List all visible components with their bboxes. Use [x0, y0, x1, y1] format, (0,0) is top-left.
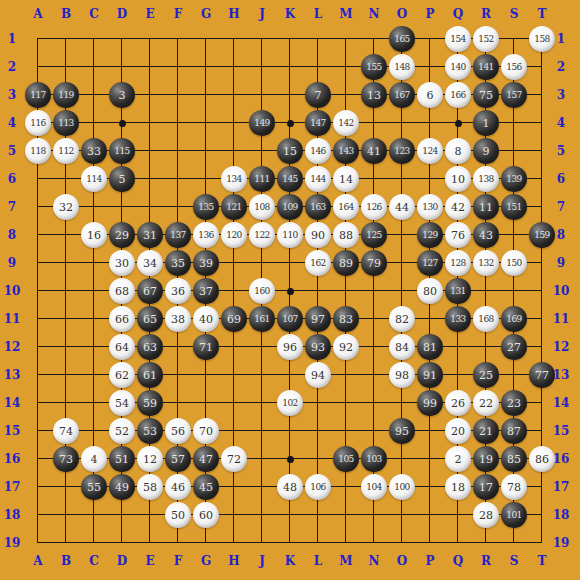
- stone-black-73-B16[interactable]: 73: [53, 446, 79, 472]
- move-number: 35: [171, 258, 185, 269]
- move-number: 87: [507, 426, 521, 437]
- stone-black-113-B4[interactable]: 113: [53, 110, 79, 136]
- row-label-10: 10: [2, 277, 22, 305]
- stone-black-17-R17[interactable]: 17: [473, 474, 499, 500]
- move-number: 100: [394, 483, 410, 492]
- move-number: 48: [283, 482, 297, 493]
- stone-black-101-S18[interactable]: 101: [501, 502, 527, 528]
- stone-black-37-G10[interactable]: 37: [193, 278, 219, 304]
- stone-white-122-J8[interactable]: 122: [249, 222, 275, 248]
- move-number: 90: [311, 230, 325, 241]
- move-number: 96: [283, 342, 297, 353]
- stone-white-70-G15[interactable]: 70: [193, 418, 219, 444]
- stone-white-104-N17[interactable]: 104: [361, 474, 387, 500]
- stone-white-128-Q9[interactable]: 128: [445, 250, 471, 276]
- stone-black-7-L3[interactable]: 7: [305, 82, 331, 108]
- move-number: 128: [450, 259, 466, 268]
- stone-white-90-L8[interactable]: 90: [305, 222, 331, 248]
- move-number: 147: [310, 119, 326, 128]
- stone-white-160-J10[interactable]: 160: [249, 278, 275, 304]
- move-number: 88: [339, 230, 353, 241]
- move-number: 37: [199, 286, 213, 297]
- stone-black-39-G9[interactable]: 39: [193, 250, 219, 276]
- move-number: 9: [483, 146, 490, 157]
- stone-black-139-S6[interactable]: 139: [501, 166, 527, 192]
- col-label-M: M: [332, 6, 360, 22]
- move-number: 85: [507, 454, 521, 465]
- move-number: 44: [395, 202, 409, 213]
- stone-white-124-P5[interactable]: 124: [417, 138, 443, 164]
- stone-black-155-N2[interactable]: 155: [361, 54, 387, 80]
- stone-white-28-R18[interactable]: 28: [473, 502, 499, 528]
- stone-white-134-H6[interactable]: 134: [221, 166, 247, 192]
- stone-black-33-C5[interactable]: 33: [81, 138, 107, 164]
- stone-black-143-M5[interactable]: 143: [333, 138, 359, 164]
- col-label-D: D: [108, 6, 136, 22]
- move-number: 142: [338, 119, 354, 128]
- move-number: 122: [254, 231, 270, 240]
- stone-black-135-G7[interactable]: 135: [193, 194, 219, 220]
- stone-white-114-C6[interactable]: 114: [81, 166, 107, 192]
- stone-white-2-Q16[interactable]: 2: [445, 446, 471, 472]
- move-number: 5: [119, 174, 126, 185]
- move-number: 67: [143, 286, 157, 297]
- stone-white-72-H16[interactable]: 72: [221, 446, 247, 472]
- move-number: 41: [367, 146, 381, 157]
- stone-black-13-N3[interactable]: 13: [361, 82, 387, 108]
- move-number: 54: [115, 398, 129, 409]
- column-labels-top: ABCDEFGHJKLMNOPQRST: [24, 6, 556, 22]
- stone-white-108-J7[interactable]: 108: [249, 194, 275, 220]
- stone-white-34-E9[interactable]: 34: [137, 250, 163, 276]
- stone-white-38-F11[interactable]: 38: [165, 306, 191, 332]
- stone-white-36-F10[interactable]: 36: [165, 278, 191, 304]
- stone-black-163-L7[interactable]: 163: [305, 194, 331, 220]
- stone-white-80-P10[interactable]: 80: [417, 278, 443, 304]
- stone-black-53-E15[interactable]: 53: [137, 418, 163, 444]
- row-label-13: 13: [2, 361, 22, 389]
- stone-white-96-K12[interactable]: 96: [277, 334, 303, 360]
- stone-white-118-A5[interactable]: 118: [25, 138, 51, 164]
- stone-black-157-S3[interactable]: 157: [501, 82, 527, 108]
- move-number: 47: [199, 454, 213, 465]
- move-number: 19: [479, 454, 493, 465]
- move-number: 159: [534, 231, 550, 240]
- stone-white-144-L6[interactable]: 144: [305, 166, 331, 192]
- stone-white-152-R1[interactable]: 152: [473, 26, 499, 52]
- move-number: 93: [311, 342, 325, 353]
- stone-black-27-S12[interactable]: 27: [501, 334, 527, 360]
- stone-white-44-O7[interactable]: 44: [389, 194, 415, 220]
- stone-black-91-P13[interactable]: 91: [417, 362, 443, 388]
- move-number: 169: [506, 315, 522, 324]
- move-number: 49: [115, 482, 129, 493]
- stone-white-146-L5[interactable]: 146: [305, 138, 331, 164]
- stone-black-29-D8[interactable]: 29: [109, 222, 135, 248]
- move-number: 111: [254, 175, 270, 184]
- stone-black-19-R16[interactable]: 19: [473, 446, 499, 472]
- stone-white-30-D9[interactable]: 30: [109, 250, 135, 276]
- move-number: 50: [171, 510, 185, 521]
- move-number: 167: [394, 91, 410, 100]
- stone-white-106-L17[interactable]: 106: [305, 474, 331, 500]
- col-label-N: N: [360, 6, 388, 22]
- stone-white-22-R14[interactable]: 22: [473, 390, 499, 416]
- move-number: 125: [366, 231, 382, 240]
- stone-black-97-L11[interactable]: 97: [305, 306, 331, 332]
- move-number: 23: [507, 398, 521, 409]
- stone-black-67-E10[interactable]: 67: [137, 278, 163, 304]
- stone-black-41-N5[interactable]: 41: [361, 138, 387, 164]
- stone-white-4-C16[interactable]: 4: [81, 446, 107, 472]
- stone-black-111-J6[interactable]: 111: [249, 166, 275, 192]
- move-number: 40: [199, 314, 213, 325]
- stone-white-26-Q14[interactable]: 26: [445, 390, 471, 416]
- col-label-S: S: [500, 6, 528, 22]
- stone-black-159-T8[interactable]: 159: [529, 222, 555, 248]
- stone-white-138-R6[interactable]: 138: [473, 166, 499, 192]
- move-number: 2: [455, 454, 462, 465]
- star-point-K4: [287, 120, 294, 127]
- move-number: 149: [254, 119, 270, 128]
- stone-black-119-B3[interactable]: 119: [53, 82, 79, 108]
- stone-black-3-D3[interactable]: 3: [109, 82, 135, 108]
- stone-black-15-K5[interactable]: 15: [277, 138, 303, 164]
- col-label-Q: Q: [444, 6, 472, 22]
- col-label-E: E: [136, 6, 164, 22]
- stone-black-21-R15[interactable]: 21: [473, 418, 499, 444]
- stone-black-127-P9[interactable]: 127: [417, 250, 443, 276]
- stone-black-161-J11[interactable]: 161: [249, 306, 275, 332]
- star-point-K16: [287, 456, 294, 463]
- row-label-5: 5: [2, 137, 22, 165]
- row-labels-left: 12345678910111213141516171819: [2, 25, 22, 557]
- stone-black-35-F9[interactable]: 35: [165, 250, 191, 276]
- stone-black-103-N16[interactable]: 103: [361, 446, 387, 472]
- move-number: 63: [143, 342, 157, 353]
- move-number: 21: [479, 426, 493, 437]
- stone-black-45-G17[interactable]: 45: [193, 474, 219, 500]
- stone-white-110-K8[interactable]: 110: [277, 222, 303, 248]
- row-label-15: 15: [2, 417, 22, 445]
- stone-white-6-P3[interactable]: 6: [417, 82, 443, 108]
- stone-white-140-Q2[interactable]: 140: [445, 54, 471, 80]
- stone-white-52-D15[interactable]: 52: [109, 418, 135, 444]
- move-number: 8: [455, 146, 462, 157]
- row-label-14: 14: [2, 389, 22, 417]
- stone-black-145-K6[interactable]: 145: [277, 166, 303, 192]
- move-number: 82: [395, 314, 409, 325]
- stone-white-10-Q6[interactable]: 10: [445, 166, 471, 192]
- move-number: 89: [339, 258, 353, 269]
- move-number: 78: [507, 482, 521, 493]
- stone-white-78-S17[interactable]: 78: [501, 474, 527, 500]
- stone-white-74-B15[interactable]: 74: [53, 418, 79, 444]
- stone-white-16-C8[interactable]: 16: [81, 222, 107, 248]
- move-number: 64: [115, 342, 129, 353]
- move-number: 51: [115, 454, 129, 465]
- stone-white-8-Q5[interactable]: 8: [445, 138, 471, 164]
- stone-white-20-Q15[interactable]: 20: [445, 418, 471, 444]
- stone-white-86-T16[interactable]: 86: [529, 446, 555, 472]
- stone-white-84-O12[interactable]: 84: [389, 334, 415, 360]
- stone-black-141-R2[interactable]: 141: [473, 54, 499, 80]
- stone-white-64-D12[interactable]: 64: [109, 334, 135, 360]
- stone-white-150-S9[interactable]: 150: [501, 250, 527, 276]
- move-number: 138: [478, 175, 494, 184]
- move-number: 72: [227, 454, 241, 465]
- stone-white-120-H8[interactable]: 120: [221, 222, 247, 248]
- stone-black-75-R3[interactable]: 75: [473, 82, 499, 108]
- col-label-C: C: [80, 6, 108, 22]
- move-number: 84: [395, 342, 409, 353]
- stone-black-11-R7[interactable]: 11: [473, 194, 499, 220]
- col-label-K: K: [276, 6, 304, 22]
- row-label-4: 4: [2, 109, 22, 137]
- move-number: 104: [366, 483, 382, 492]
- stone-black-105-M16[interactable]: 105: [333, 446, 359, 472]
- stone-black-9-R5[interactable]: 9: [473, 138, 499, 164]
- row-label-12: 12: [2, 333, 22, 361]
- stone-black-165-O1[interactable]: 165: [389, 26, 415, 52]
- stone-black-167-O3[interactable]: 167: [389, 82, 415, 108]
- stone-black-133-Q11[interactable]: 133: [445, 306, 471, 332]
- row-label-7: 7: [2, 193, 22, 221]
- stone-black-23-S14[interactable]: 23: [501, 390, 527, 416]
- move-number: 94: [311, 370, 325, 381]
- stone-white-100-O17[interactable]: 100: [389, 474, 415, 500]
- stone-black-59-E14[interactable]: 59: [137, 390, 163, 416]
- star-point-Q4: [455, 120, 462, 127]
- move-number: 18: [451, 482, 465, 493]
- stone-black-61-E13[interactable]: 61: [137, 362, 163, 388]
- stone-white-94-L13[interactable]: 94: [305, 362, 331, 388]
- row-label-17: 17: [2, 473, 22, 501]
- stone-white-132-R9[interactable]: 132: [473, 250, 499, 276]
- move-number: 150: [506, 259, 522, 268]
- move-number: 97: [311, 314, 325, 325]
- stone-white-42-Q7[interactable]: 42: [445, 194, 471, 220]
- move-number: 131: [450, 287, 466, 296]
- move-number: 70: [199, 426, 213, 437]
- stone-white-56-F15[interactable]: 56: [165, 418, 191, 444]
- stone-black-109-K7[interactable]: 109: [277, 194, 303, 220]
- stone-white-82-O11[interactable]: 82: [389, 306, 415, 332]
- move-number: 126: [366, 203, 382, 212]
- stone-white-48-K17[interactable]: 48: [277, 474, 303, 500]
- move-number: 98: [395, 370, 409, 381]
- move-number: 101: [506, 511, 522, 520]
- stone-black-5-D6[interactable]: 5: [109, 166, 135, 192]
- move-number: 65: [143, 314, 157, 325]
- stone-black-51-D16[interactable]: 51: [109, 446, 135, 472]
- stone-white-154-Q1[interactable]: 154: [445, 26, 471, 52]
- stone-white-12-E16[interactable]: 12: [137, 446, 163, 472]
- move-number: 103: [366, 455, 382, 464]
- col-label-P: P: [416, 6, 444, 22]
- row-label-8: 8: [2, 221, 22, 249]
- stone-white-168-R11[interactable]: 168: [473, 306, 499, 332]
- move-number: 62: [115, 370, 129, 381]
- stone-black-81-P12[interactable]: 81: [417, 334, 443, 360]
- go-board-grid[interactable]: 1651541521581551481401411561171193713167…: [24, 25, 556, 557]
- move-number: 15: [283, 146, 297, 157]
- row-label-6: 6: [2, 165, 22, 193]
- stone-black-123-O5[interactable]: 123: [389, 138, 415, 164]
- col-label-R: R: [472, 6, 500, 22]
- row-label-1: 1: [2, 25, 22, 53]
- stone-black-77-T13[interactable]: 77: [529, 362, 555, 388]
- move-number: 114: [86, 175, 102, 184]
- stone-black-125-N8[interactable]: 125: [361, 222, 387, 248]
- stone-black-169-S11[interactable]: 169: [501, 306, 527, 332]
- row-label-18: 18: [2, 501, 22, 529]
- stone-black-99-P14[interactable]: 99: [417, 390, 443, 416]
- go-board-diagram: ABCDEFGHJKLMNOPQRST ABCDEFGHJKLMNOPQRST …: [0, 0, 580, 580]
- move-number: 146: [310, 147, 326, 156]
- stone-white-92-M12[interactable]: 92: [333, 334, 359, 360]
- move-number: 34: [143, 258, 157, 269]
- move-number: 136: [198, 231, 214, 240]
- stone-white-88-M8[interactable]: 88: [333, 222, 359, 248]
- stone-black-149-J4[interactable]: 149: [249, 110, 275, 136]
- move-number: 145: [282, 175, 298, 184]
- move-number: 155: [366, 63, 382, 72]
- stone-black-83-M11[interactable]: 83: [333, 306, 359, 332]
- stone-white-66-D11[interactable]: 66: [109, 306, 135, 332]
- move-number: 160: [254, 287, 270, 296]
- stone-white-54-D14[interactable]: 54: [109, 390, 135, 416]
- stone-black-107-K11[interactable]: 107: [277, 306, 303, 332]
- stone-black-79-N9[interactable]: 79: [361, 250, 387, 276]
- stone-white-40-G11[interactable]: 40: [193, 306, 219, 332]
- stone-white-158-T1[interactable]: 158: [529, 26, 555, 52]
- move-number: 39: [199, 258, 213, 269]
- stone-black-31-E8[interactable]: 31: [137, 222, 163, 248]
- stone-white-136-G8[interactable]: 136: [193, 222, 219, 248]
- stone-black-87-S15[interactable]: 87: [501, 418, 527, 444]
- move-number: 28: [479, 510, 493, 521]
- move-number: 140: [450, 63, 466, 72]
- stone-black-55-C17[interactable]: 55: [81, 474, 107, 500]
- star-point-K10: [287, 288, 294, 295]
- move-number: 81: [423, 342, 437, 353]
- stone-black-121-H7[interactable]: 121: [221, 194, 247, 220]
- stone-white-130-P7[interactable]: 130: [417, 194, 443, 220]
- stone-white-58-E17[interactable]: 58: [137, 474, 163, 500]
- col-label-L: L: [304, 6, 332, 22]
- stone-black-93-L12[interactable]: 93: [305, 334, 331, 360]
- move-number: 124: [422, 147, 438, 156]
- move-number: 12: [143, 454, 157, 465]
- stone-black-69-H11[interactable]: 69: [221, 306, 247, 332]
- move-number: 116: [30, 119, 46, 128]
- stone-black-151-S7[interactable]: 151: [501, 194, 527, 220]
- stone-black-71-G12[interactable]: 71: [193, 334, 219, 360]
- stone-white-116-A4[interactable]: 116: [25, 110, 51, 136]
- stone-black-137-F8[interactable]: 137: [165, 222, 191, 248]
- stone-white-32-B7[interactable]: 32: [53, 194, 79, 220]
- stone-white-164-M7[interactable]: 164: [333, 194, 359, 220]
- move-number: 164: [338, 203, 354, 212]
- stone-white-102-K14[interactable]: 102: [277, 390, 303, 416]
- stone-white-162-L9[interactable]: 162: [305, 250, 331, 276]
- move-number: 137: [170, 231, 186, 240]
- stone-white-62-D13[interactable]: 62: [109, 362, 135, 388]
- move-number: 58: [143, 482, 157, 493]
- stone-white-126-N7[interactable]: 126: [361, 194, 387, 220]
- move-number: 13: [367, 90, 381, 101]
- move-number: 163: [310, 203, 326, 212]
- row-label-9: 9: [2, 249, 22, 277]
- stone-white-166-Q3[interactable]: 166: [445, 82, 471, 108]
- row-label-3: 3: [2, 81, 22, 109]
- move-number: 31: [143, 230, 157, 241]
- move-number: 36: [171, 286, 185, 297]
- stone-black-1-R4[interactable]: 1: [473, 110, 499, 136]
- move-number: 108: [254, 203, 270, 212]
- move-number: 57: [171, 454, 185, 465]
- stone-white-142-M4[interactable]: 142: [333, 110, 359, 136]
- stone-white-156-S2[interactable]: 156: [501, 54, 527, 80]
- move-number: 52: [115, 426, 129, 437]
- stone-black-129-P8[interactable]: 129: [417, 222, 443, 248]
- stone-black-95-O15[interactable]: 95: [389, 418, 415, 444]
- stone-black-57-F16[interactable]: 57: [165, 446, 191, 472]
- move-number: 4: [91, 454, 98, 465]
- stone-black-25-R13[interactable]: 25: [473, 362, 499, 388]
- stone-white-46-F17[interactable]: 46: [165, 474, 191, 500]
- stone-black-49-D17[interactable]: 49: [109, 474, 135, 500]
- move-number: 61: [143, 370, 157, 381]
- stone-black-115-D5[interactable]: 115: [109, 138, 135, 164]
- move-number: 107: [282, 315, 298, 324]
- move-number: 59: [143, 398, 157, 409]
- stone-black-131-Q10[interactable]: 131: [445, 278, 471, 304]
- stone-white-98-O13[interactable]: 98: [389, 362, 415, 388]
- move-number: 38: [171, 314, 185, 325]
- move-number: 132: [478, 259, 494, 268]
- move-number: 33: [87, 146, 101, 157]
- stone-black-147-L4[interactable]: 147: [305, 110, 331, 136]
- stone-white-112-B5[interactable]: 112: [53, 138, 79, 164]
- move-number: 156: [506, 63, 522, 72]
- stone-black-89-M9[interactable]: 89: [333, 250, 359, 276]
- move-number: 80: [423, 286, 437, 297]
- stone-white-60-G18[interactable]: 60: [193, 502, 219, 528]
- stone-black-43-R8[interactable]: 43: [473, 222, 499, 248]
- stone-white-148-O2[interactable]: 148: [389, 54, 415, 80]
- move-number: 1: [483, 118, 490, 129]
- move-number: 75: [479, 90, 493, 101]
- stone-white-14-M6[interactable]: 14: [333, 166, 359, 192]
- stone-white-76-Q8[interactable]: 76: [445, 222, 471, 248]
- move-number: 69: [227, 314, 241, 325]
- move-number: 53: [143, 426, 157, 437]
- stone-black-47-G16[interactable]: 47: [193, 446, 219, 472]
- move-number: 154: [450, 35, 466, 44]
- stone-white-50-F18[interactable]: 50: [165, 502, 191, 528]
- col-label-B: B: [52, 6, 80, 22]
- stone-white-18-Q17[interactable]: 18: [445, 474, 471, 500]
- move-number: 16: [87, 230, 101, 241]
- stone-black-85-S16[interactable]: 85: [501, 446, 527, 472]
- stone-black-63-E12[interactable]: 63: [137, 334, 163, 360]
- stone-black-117-A3[interactable]: 117: [25, 82, 51, 108]
- stone-white-68-D10[interactable]: 68: [109, 278, 135, 304]
- row-label-2: 2: [2, 53, 22, 81]
- stone-black-65-E11[interactable]: 65: [137, 306, 163, 332]
